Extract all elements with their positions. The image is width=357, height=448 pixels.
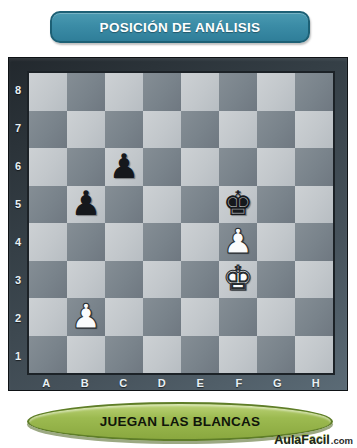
square-f2 [219, 298, 257, 336]
file-label-g: G [258, 375, 297, 390]
square-f6 [219, 148, 257, 186]
square-g4 [257, 223, 295, 261]
square-h6 [295, 148, 333, 186]
square-d4 [143, 223, 181, 261]
square-h5 [295, 186, 333, 224]
chess-board-frame: 87654321 ♟♟♚♟♚♟ ABCDEFGH [8, 57, 348, 391]
square-b3 [67, 261, 105, 299]
square-e4 [181, 223, 219, 261]
square-e2 [181, 298, 219, 336]
square-b2: ♟ [67, 298, 105, 336]
square-h3 [295, 261, 333, 299]
square-d1 [143, 336, 181, 374]
square-a1 [29, 336, 67, 374]
square-e3 [181, 261, 219, 299]
rank-labels: 87654321 [9, 71, 27, 375]
square-h2 [295, 298, 333, 336]
square-g2 [257, 298, 295, 336]
square-f3: ♚ [219, 261, 257, 299]
square-h7 [295, 111, 333, 149]
square-g5 [257, 186, 295, 224]
rank-label-2: 2 [9, 299, 27, 337]
square-b6 [67, 148, 105, 186]
rank-label-7: 7 [9, 109, 27, 147]
square-c8 [105, 73, 143, 111]
file-label-a: A [27, 375, 66, 390]
square-d2 [143, 298, 181, 336]
square-e1 [181, 336, 219, 374]
square-g8 [257, 73, 295, 111]
square-e8 [181, 73, 219, 111]
file-label-c: C [104, 375, 143, 390]
square-e6 [181, 148, 219, 186]
square-g3 [257, 261, 295, 299]
rank-label-3: 3 [9, 261, 27, 299]
rank-label-1: 1 [9, 337, 27, 375]
rank-label-5: 5 [9, 185, 27, 223]
square-d3 [143, 261, 181, 299]
analysis-title-banner: POSICIÓN DE ANÁLISIS [50, 11, 310, 43]
square-h4 [295, 223, 333, 261]
square-c5 [105, 186, 143, 224]
square-h8 [295, 73, 333, 111]
square-g1 [257, 336, 295, 374]
file-label-f: F [220, 375, 259, 390]
file-label-e: E [181, 375, 220, 390]
black-pawn-b5: ♟ [71, 186, 101, 220]
square-f7 [219, 111, 257, 149]
square-b4 [67, 223, 105, 261]
square-c7 [105, 111, 143, 149]
file-label-h: H [297, 375, 336, 390]
to-move-text: JUEGAN LAS BLANCAS [100, 414, 260, 429]
file-label-d: D [143, 375, 182, 390]
square-f5: ♚ [219, 186, 257, 224]
square-d7 [143, 111, 181, 149]
square-f4: ♟ [219, 223, 257, 261]
square-h1 [295, 336, 333, 374]
square-c3 [105, 261, 143, 299]
rank-label-8: 8 [9, 71, 27, 109]
file-labels: ABCDEFGH [27, 375, 335, 390]
rank-label-6: 6 [9, 147, 27, 185]
square-a4 [29, 223, 67, 261]
white-pawn-b2: ♟ [71, 299, 101, 333]
square-a7 [29, 111, 67, 149]
square-d6 [143, 148, 181, 186]
square-b5: ♟ [67, 186, 105, 224]
square-g7 [257, 111, 295, 149]
square-a8 [29, 73, 67, 111]
chess-board: ♟♟♚♟♚♟ [27, 71, 335, 375]
square-f1 [219, 336, 257, 374]
white-pawn-f4: ♟ [223, 224, 253, 258]
square-e5 [181, 186, 219, 224]
square-c6: ♟ [105, 148, 143, 186]
square-b1 [67, 336, 105, 374]
square-c2 [105, 298, 143, 336]
watermark-tld: .com [331, 435, 353, 446]
rank-label-4: 4 [9, 223, 27, 261]
white-king-f3: ♚ [223, 261, 253, 295]
square-g6 [257, 148, 295, 186]
watermark: AulaFacil .com [274, 433, 353, 447]
file-label-b: B [66, 375, 105, 390]
square-b8 [67, 73, 105, 111]
square-a2 [29, 298, 67, 336]
square-a6 [29, 148, 67, 186]
black-king-f5: ♚ [223, 186, 253, 220]
square-d5 [143, 186, 181, 224]
watermark-name: AulaFacil [274, 433, 330, 447]
square-e7 [181, 111, 219, 149]
square-d8 [143, 73, 181, 111]
square-f8 [219, 73, 257, 111]
square-a5 [29, 186, 67, 224]
analysis-title-text: POSICIÓN DE ANÁLISIS [100, 20, 261, 35]
square-b7 [67, 111, 105, 149]
square-a3 [29, 261, 67, 299]
black-pawn-c6: ♟ [109, 149, 139, 183]
square-c4 [105, 223, 143, 261]
square-c1 [105, 336, 143, 374]
